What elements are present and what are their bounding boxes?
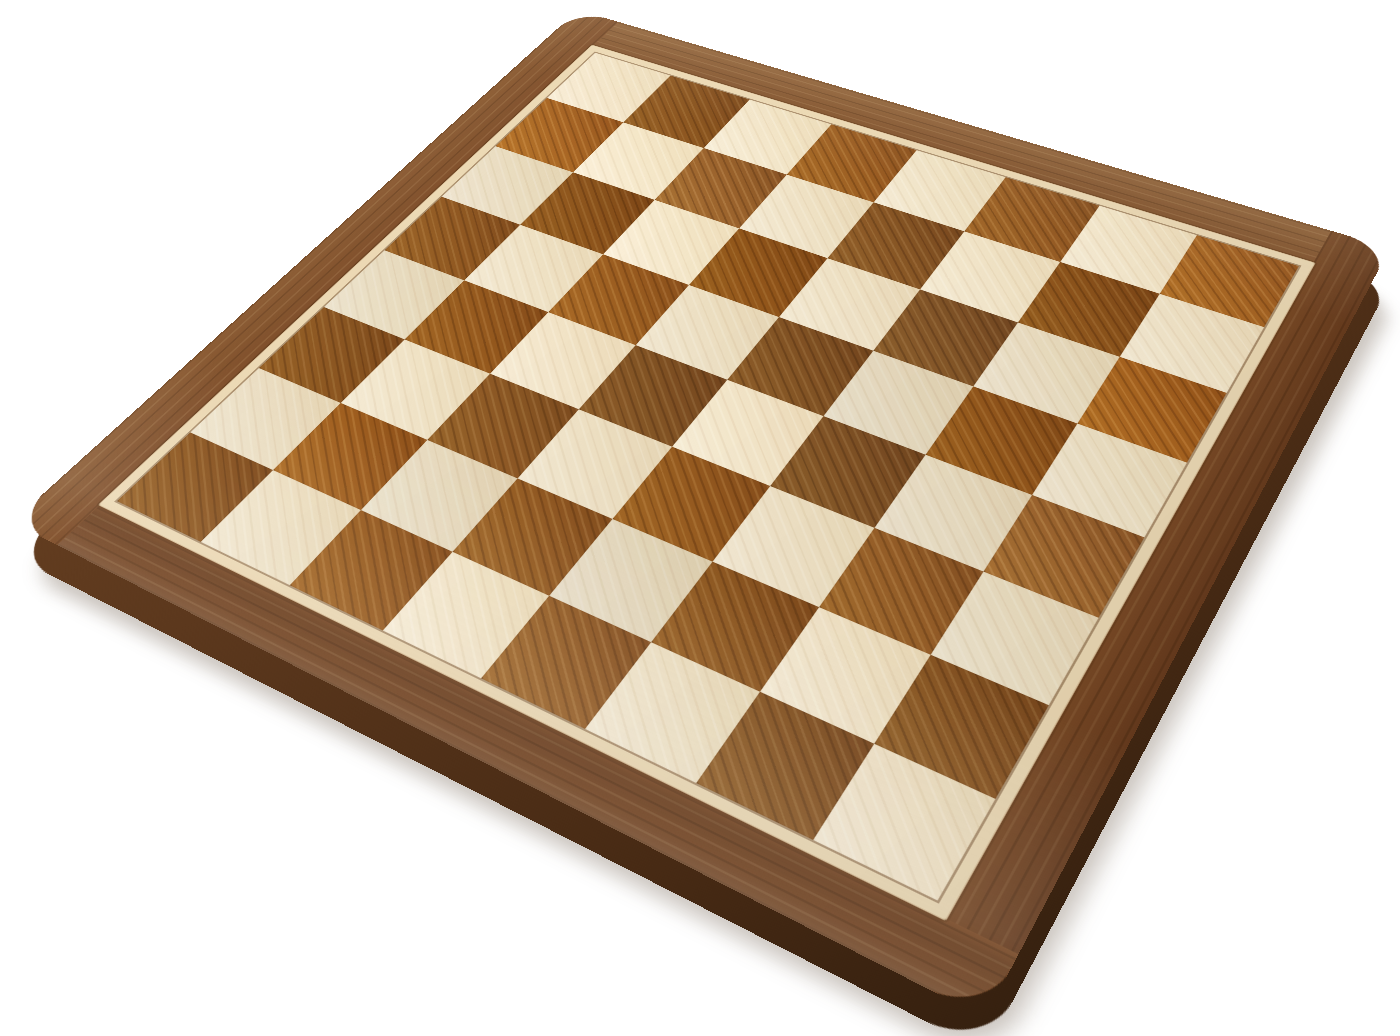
chessboard [12,10,1390,1018]
page-background [0,0,1400,1036]
